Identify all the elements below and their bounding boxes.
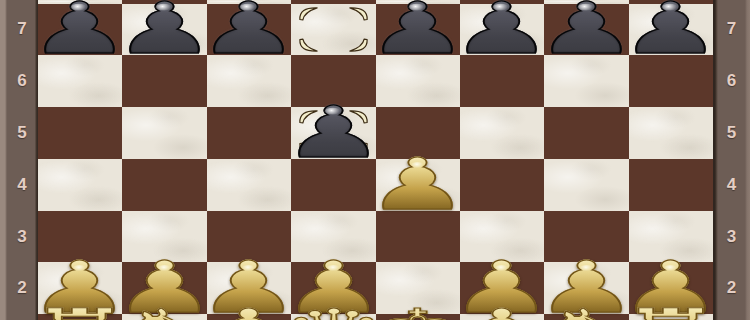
square-d7[interactable]: [291, 4, 375, 56]
board-grid: ♟♟♟♟♟♟♟♟♟♟♟♟♟♟♟♟♜♞♝♛♚♝♞♜: [38, 0, 713, 320]
square-e1[interactable]: ♚: [376, 314, 460, 320]
square-e4[interactable]: ♟: [376, 159, 460, 211]
square-f1[interactable]: ♝: [460, 314, 544, 320]
piece-black-pawn-c7[interactable]: ♟: [198, 0, 301, 65]
square-f7[interactable]: ♟: [460, 4, 544, 56]
square-h5[interactable]: [629, 107, 713, 159]
square-h4[interactable]: [629, 159, 713, 211]
rank-label-5: 5: [713, 107, 750, 159]
square-f5[interactable]: [460, 107, 544, 159]
square-h1[interactable]: ♜: [629, 314, 713, 320]
square-f4[interactable]: [460, 159, 544, 211]
square-a1[interactable]: ♜: [38, 314, 122, 320]
square-c1[interactable]: ♝: [207, 314, 291, 320]
square-g7[interactable]: ♟: [544, 4, 628, 56]
square-b7[interactable]: ♟: [122, 4, 206, 56]
square-c7[interactable]: ♟: [207, 4, 291, 56]
piece-black-pawn-h7[interactable]: ♟: [619, 0, 722, 65]
piece-white-rook-h1[interactable]: ♜: [619, 301, 722, 320]
square-c5[interactable]: [207, 107, 291, 159]
square-b1[interactable]: ♞: [122, 314, 206, 320]
square-g1[interactable]: ♞: [544, 314, 628, 320]
square-a4[interactable]: [38, 159, 122, 211]
chess-app-board: 765432 ♟♟♟♟♟♟♟♟♟♟♟♟♟♟♟♟♜♞♝♛♚♝♞♜ 765432: [0, 0, 750, 320]
square-c4[interactable]: [207, 159, 291, 211]
square-e7[interactable]: ♟: [376, 4, 460, 56]
square-h7[interactable]: ♟: [629, 4, 713, 56]
rank-label-5: 5: [0, 107, 38, 159]
rank-label-4: 4: [0, 159, 38, 211]
square-g4[interactable]: [544, 159, 628, 211]
piece-white-pawn-e4[interactable]: ♟: [366, 149, 469, 220]
square-d5[interactable]: ♟: [291, 107, 375, 159]
rank-label-4: 4: [713, 159, 750, 211]
square-b4[interactable]: [122, 159, 206, 211]
square-a5[interactable]: [38, 107, 122, 159]
square-b5[interactable]: [122, 107, 206, 159]
square-d1[interactable]: ♛: [291, 314, 375, 320]
square-a7[interactable]: ♟: [38, 4, 122, 56]
square-g5[interactable]: [544, 107, 628, 159]
